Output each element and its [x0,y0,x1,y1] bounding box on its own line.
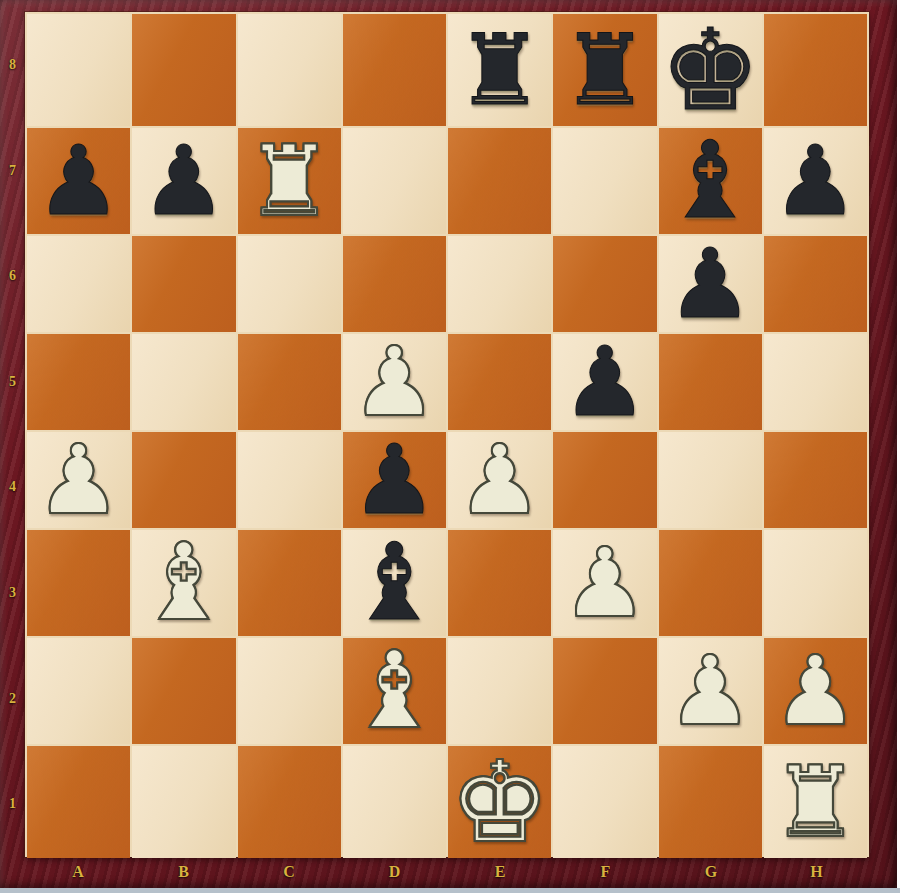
square-d8[interactable] [343,14,446,126]
white-pawn-a4[interactable]: ♟ [36,432,122,528]
white-bishop-b3[interactable]: ♝ [136,530,231,636]
square-b6[interactable] [132,236,235,332]
square-b2[interactable] [132,638,235,744]
square-b4[interactable] [132,432,235,528]
square-c1[interactable] [238,746,341,858]
square-f7[interactable] [553,128,656,234]
rank-label-6: 6 [0,223,25,329]
white-rook-h1[interactable]: ♜ [771,753,859,851]
square-b1[interactable] [132,746,235,858]
square-e2[interactable] [448,638,551,744]
white-pawn-e4[interactable]: ♟ [457,432,543,528]
square-a7[interactable]: ♟ [27,128,130,234]
rank-label-5: 5 [0,329,25,435]
square-c3[interactable] [238,530,341,636]
square-f6[interactable] [553,236,656,332]
black-bishop-g7[interactable]: ♝ [663,128,758,234]
file-label-g: G [658,859,764,885]
rank-label-1: 1 [0,751,25,857]
square-d7[interactable] [343,128,446,234]
square-g7[interactable]: ♝ [659,128,762,234]
file-label-d: D [342,859,448,885]
square-g3[interactable] [659,530,762,636]
square-e5[interactable] [448,334,551,430]
square-b8[interactable] [132,14,235,126]
square-a5[interactable] [27,334,130,430]
file-label-a: A [25,859,131,885]
square-g2[interactable]: ♟ [659,638,762,744]
square-a4[interactable]: ♟ [27,432,130,528]
rank-label-7: 7 [0,118,25,224]
rank-label-2: 2 [0,646,25,752]
black-king-g8[interactable]: ♚ [660,14,760,126]
square-c4[interactable] [238,432,341,528]
square-f3[interactable]: ♟ [553,530,656,636]
square-a6[interactable] [27,236,130,332]
square-g1[interactable] [659,746,762,858]
black-rook-e8[interactable]: ♜ [456,21,544,119]
black-pawn-b7[interactable]: ♟ [141,133,227,229]
square-e3[interactable] [448,530,551,636]
rank-label-4: 4 [0,434,25,540]
square-a8[interactable] [27,14,130,126]
square-d5[interactable]: ♟ [343,334,446,430]
white-king-e1[interactable]: ♚ [449,746,549,858]
square-f5[interactable]: ♟ [553,334,656,430]
black-pawn-d4[interactable]: ♟ [351,432,437,528]
square-g6[interactable]: ♟ [659,236,762,332]
square-a1[interactable] [27,746,130,858]
black-rook-f8[interactable]: ♜ [561,21,649,119]
square-e7[interactable] [448,128,551,234]
square-d1[interactable] [343,746,446,858]
square-f4[interactable] [553,432,656,528]
rank-label-3: 3 [0,540,25,646]
square-a2[interactable] [27,638,130,744]
square-d3[interactable]: ♝ [343,530,446,636]
black-pawn-h7[interactable]: ♟ [772,133,858,229]
white-pawn-g2[interactable]: ♟ [667,643,753,739]
white-pawn-d5[interactable]: ♟ [351,334,437,430]
square-d4[interactable]: ♟ [343,432,446,528]
square-c5[interactable] [238,334,341,430]
square-g5[interactable] [659,334,762,430]
square-c2[interactable] [238,638,341,744]
white-pawn-h2[interactable]: ♟ [772,643,858,739]
black-pawn-f5[interactable]: ♟ [562,334,648,430]
square-h8[interactable] [764,14,867,126]
square-e8[interactable]: ♜ [448,14,551,126]
black-bishop-d3[interactable]: ♝ [347,530,442,636]
square-h2[interactable]: ♟ [764,638,867,744]
square-b5[interactable] [132,334,235,430]
square-f8[interactable]: ♜ [553,14,656,126]
file-label-h: H [764,859,870,885]
square-h5[interactable] [764,334,867,430]
bottom-edge-strip [0,888,900,893]
square-c8[interactable] [238,14,341,126]
file-label-e: E [447,859,553,885]
square-h1[interactable]: ♜ [764,746,867,858]
square-b3[interactable]: ♝ [132,530,235,636]
square-c6[interactable] [238,236,341,332]
white-pawn-f3[interactable]: ♟ [562,535,648,631]
chess-board: ♜♜♚♟♟♜♝♟♟♟♟♟♟♟♝♝♟♝♟♟♚♜ [25,12,869,857]
square-b7[interactable]: ♟ [132,128,235,234]
square-h3[interactable] [764,530,867,636]
file-label-c: C [236,859,342,885]
screenshot-root: ♜♜♚♟♟♜♝♟♟♟♟♟♟♟♝♝♟♝♟♟♚♜ 87654321 ABCDEFGH [0,0,900,893]
square-h6[interactable] [764,236,867,332]
square-f1[interactable] [553,746,656,858]
white-rook-c7[interactable]: ♜ [245,132,333,230]
square-g4[interactable] [659,432,762,528]
white-bishop-d2[interactable]: ♝ [347,638,442,744]
square-c7[interactable]: ♜ [238,128,341,234]
black-pawn-g6[interactable]: ♟ [667,236,753,332]
square-h7[interactable]: ♟ [764,128,867,234]
square-d2[interactable]: ♝ [343,638,446,744]
square-a3[interactable] [27,530,130,636]
board-frame: ♜♜♚♟♟♜♝♟♟♟♟♟♟♟♝♝♟♝♟♟♚♜ 87654321 ABCDEFGH [0,0,897,888]
square-g8[interactable]: ♚ [659,14,762,126]
file-label-f: F [553,859,659,885]
rank-label-8: 8 [0,12,25,118]
square-d6[interactable] [343,236,446,332]
square-e6[interactable] [448,236,551,332]
square-f2[interactable] [553,638,656,744]
file-label-b: B [131,859,237,885]
square-e4[interactable]: ♟ [448,432,551,528]
square-h4[interactable] [764,432,867,528]
black-pawn-a7[interactable]: ♟ [36,133,122,229]
square-e1[interactable]: ♚ [448,746,551,858]
